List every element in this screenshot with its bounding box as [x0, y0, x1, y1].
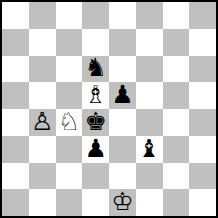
white-pawn: ♙: [31, 109, 53, 134]
black-pawn: ♟: [111, 82, 133, 107]
square-e1[interactable]: ♔: [109, 189, 136, 216]
square-f5[interactable]: [136, 82, 163, 109]
square-g6[interactable]: [163, 56, 190, 83]
square-b6[interactable]: [29, 56, 56, 83]
square-b2[interactable]: [29, 163, 56, 190]
square-b8[interactable]: [29, 2, 56, 29]
black-knight: ♞: [84, 55, 106, 80]
square-g5[interactable]: [163, 82, 190, 109]
square-e4[interactable]: [109, 109, 136, 136]
square-d5[interactable]: ♗: [82, 82, 109, 109]
square-g7[interactable]: [163, 29, 190, 56]
square-a5[interactable]: [2, 82, 29, 109]
square-c5[interactable]: [56, 82, 83, 109]
square-b3[interactable]: [29, 136, 56, 163]
square-d1[interactable]: [82, 189, 109, 216]
black-bishop: ♝: [138, 136, 160, 161]
square-c7[interactable]: [56, 29, 83, 56]
square-c1[interactable]: [56, 189, 83, 216]
square-g8[interactable]: [163, 2, 190, 29]
square-a1[interactable]: [2, 189, 29, 216]
square-h5[interactable]: [189, 82, 216, 109]
square-d3[interactable]: ♟: [82, 136, 109, 163]
square-e2[interactable]: [109, 163, 136, 190]
square-g4[interactable]: [163, 109, 190, 136]
square-d2[interactable]: [82, 163, 109, 190]
square-h7[interactable]: [189, 29, 216, 56]
square-d6[interactable]: ♞: [82, 56, 109, 83]
square-f6[interactable]: [136, 56, 163, 83]
square-b4[interactable]: ♙: [29, 109, 56, 136]
square-c8[interactable]: [56, 2, 83, 29]
square-g1[interactable]: [163, 189, 190, 216]
square-a8[interactable]: [2, 2, 29, 29]
square-e3[interactable]: [109, 136, 136, 163]
square-b5[interactable]: [29, 82, 56, 109]
square-f2[interactable]: [136, 163, 163, 190]
square-c4[interactable]: ♘: [56, 109, 83, 136]
square-a7[interactable]: [2, 29, 29, 56]
chess-board: ♞♗♟♙♘♚♟♝♔: [0, 0, 218, 218]
square-c3[interactable]: [56, 136, 83, 163]
square-d4[interactable]: ♚: [82, 109, 109, 136]
black-pawn: ♟: [84, 136, 106, 161]
square-b7[interactable]: [29, 29, 56, 56]
square-c6[interactable]: [56, 56, 83, 83]
square-d7[interactable]: [82, 29, 109, 56]
square-h4[interactable]: [189, 109, 216, 136]
square-e6[interactable]: [109, 56, 136, 83]
square-f3[interactable]: ♝: [136, 136, 163, 163]
black-king: ♚: [84, 109, 106, 134]
square-f8[interactable]: [136, 2, 163, 29]
white-knight: ♘: [58, 109, 80, 134]
square-h6[interactable]: [189, 56, 216, 83]
square-d8[interactable]: [82, 2, 109, 29]
square-g2[interactable]: [163, 163, 190, 190]
square-h8[interactable]: [189, 2, 216, 29]
chess-diagram: ♞♗♟♙♘♚♟♝♔: [0, 0, 218, 218]
square-a2[interactable]: [2, 163, 29, 190]
white-king: ♔: [111, 189, 133, 214]
square-f4[interactable]: [136, 109, 163, 136]
square-e5[interactable]: ♟: [109, 82, 136, 109]
square-b1[interactable]: [29, 189, 56, 216]
square-f1[interactable]: [136, 189, 163, 216]
square-a6[interactable]: [2, 56, 29, 83]
square-g3[interactable]: [163, 136, 190, 163]
square-h2[interactable]: [189, 163, 216, 190]
square-f7[interactable]: [136, 29, 163, 56]
square-c2[interactable]: [56, 163, 83, 190]
square-e8[interactable]: [109, 2, 136, 29]
square-h3[interactable]: [189, 136, 216, 163]
white-bishop: ♗: [84, 82, 106, 107]
square-a3[interactable]: [2, 136, 29, 163]
square-h1[interactable]: [189, 189, 216, 216]
square-a4[interactable]: [2, 109, 29, 136]
square-e7[interactable]: [109, 29, 136, 56]
